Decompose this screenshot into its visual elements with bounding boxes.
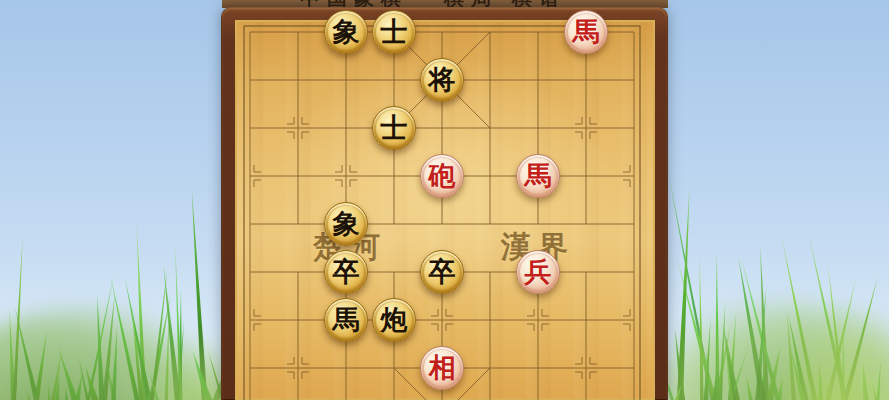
piece-black-elephant[interactable]: 象: [324, 10, 368, 54]
piece-black-soldier[interactable]: 卒: [420, 250, 464, 294]
piece-black-elephant[interactable]: 象: [324, 202, 368, 246]
piece-black-general[interactable]: 将: [420, 58, 464, 102]
scene: 中国象棋 棋局 棋谱 楚河 漢界 象士馬将士砲馬象卒卒兵馬炮相: [0, 0, 889, 400]
piece-red-horse[interactable]: 馬: [516, 154, 560, 198]
pieces-layer: 象士馬将士砲馬象卒卒兵馬炮相: [0, 0, 889, 400]
piece-black-advisor[interactable]: 士: [372, 10, 416, 54]
piece-black-soldier[interactable]: 卒: [324, 250, 368, 294]
piece-black-horse[interactable]: 馬: [324, 298, 368, 342]
piece-red-soldier[interactable]: 兵: [516, 250, 560, 294]
piece-red-elephant[interactable]: 相: [420, 346, 464, 390]
piece-black-cannon[interactable]: 炮: [372, 298, 416, 342]
piece-red-horse[interactable]: 馬: [564, 10, 608, 54]
piece-black-advisor[interactable]: 士: [372, 106, 416, 150]
piece-red-cannon[interactable]: 砲: [420, 154, 464, 198]
